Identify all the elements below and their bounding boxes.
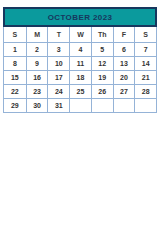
date-number: 12 [98, 60, 106, 67]
date-cell-5[interactable]: 5 [91, 42, 113, 56]
empty-date-cell [69, 98, 91, 112]
date-number: 9 [35, 60, 39, 67]
date-number: 15 [11, 74, 19, 81]
empty-date-cell [134, 98, 156, 112]
date-number: 29 [11, 102, 19, 109]
page: OCTOBER 2023 SMTWThFS1234567891011121314… [0, 0, 161, 239]
empty-date-cell [91, 98, 113, 112]
date-cell-22[interactable]: 22 [4, 84, 26, 98]
date-number: 8 [13, 60, 17, 67]
date-number: 5 [100, 46, 104, 53]
date-cell-10[interactable]: 10 [47, 56, 69, 70]
date-number: 20 [120, 74, 128, 81]
date-cell-24[interactable]: 24 [47, 84, 69, 98]
day-of-week-header: S [4, 27, 26, 42]
date-cell-3[interactable]: 3 [47, 42, 69, 56]
date-number: 19 [98, 74, 106, 81]
date-number: 21 [142, 74, 150, 81]
date-number: 25 [77, 88, 85, 95]
day-of-week-label: M [34, 31, 40, 38]
date-number: 27 [120, 88, 128, 95]
day-of-week-header: M [26, 27, 48, 42]
calendar-month-title: OCTOBER 2023 [3, 7, 157, 27]
empty-date-cell [113, 98, 135, 112]
date-number: 31 [55, 102, 63, 109]
date-number: 10 [55, 60, 63, 67]
date-cell-29[interactable]: 29 [4, 98, 26, 112]
date-number: 18 [77, 74, 85, 81]
date-cell-17[interactable]: 17 [47, 70, 69, 84]
day-of-week-header: S [134, 27, 156, 42]
date-cell-7[interactable]: 7 [134, 42, 156, 56]
date-number: 6 [122, 46, 126, 53]
date-number: 28 [142, 88, 150, 95]
day-of-week-label: S [13, 31, 18, 38]
date-cell-15[interactable]: 15 [4, 70, 26, 84]
date-cell-28[interactable]: 28 [134, 84, 156, 98]
date-number: 11 [77, 60, 84, 67]
day-of-week-label: T [57, 31, 61, 38]
day-of-week-label: F [122, 31, 126, 38]
date-cell-2[interactable]: 2 [26, 42, 48, 56]
date-number: 4 [79, 46, 83, 53]
date-cell-21[interactable]: 21 [134, 70, 156, 84]
date-cell-9[interactable]: 9 [26, 56, 48, 70]
date-number: 2 [35, 46, 39, 53]
day-of-week-label: Th [98, 31, 107, 38]
date-cell-20[interactable]: 20 [113, 70, 135, 84]
date-cell-31[interactable]: 31 [47, 98, 69, 112]
date-cell-13[interactable]: 13 [113, 56, 135, 70]
date-cell-14[interactable]: 14 [134, 56, 156, 70]
day-of-week-label: S [143, 31, 148, 38]
date-cell-12[interactable]: 12 [91, 56, 113, 70]
date-number: 22 [11, 88, 19, 95]
date-number: 16 [33, 74, 41, 81]
day-of-week-header: T [47, 27, 69, 42]
date-number: 14 [142, 60, 150, 67]
date-cell-8[interactable]: 8 [4, 56, 26, 70]
date-cell-1[interactable]: 1 [4, 42, 26, 56]
date-cell-23[interactable]: 23 [26, 84, 48, 98]
date-cell-19[interactable]: 19 [91, 70, 113, 84]
day-of-week-header: F [113, 27, 135, 42]
date-number: 3 [57, 46, 61, 53]
calendar-grid: SMTWThFS12345678910111213141516171819202… [3, 27, 157, 113]
day-of-week-header: Th [91, 27, 113, 42]
date-cell-26[interactable]: 26 [91, 84, 113, 98]
month-calendar: OCTOBER 2023 SMTWThFS1234567891011121314… [3, 7, 157, 113]
day-of-week-header: W [69, 27, 91, 42]
day-of-week-label: W [77, 31, 84, 38]
date-cell-11[interactable]: 11 [69, 56, 91, 70]
date-number: 7 [144, 46, 148, 53]
date-number: 13 [120, 60, 128, 67]
date-cell-25[interactable]: 25 [69, 84, 91, 98]
date-number: 23 [33, 88, 41, 95]
date-number: 24 [55, 88, 63, 95]
date-cell-27[interactable]: 27 [113, 84, 135, 98]
date-number: 26 [98, 88, 106, 95]
date-number: 1 [13, 46, 17, 53]
date-cell-30[interactable]: 30 [26, 98, 48, 112]
date-cell-18[interactable]: 18 [69, 70, 91, 84]
date-cell-6[interactable]: 6 [113, 42, 135, 56]
date-cell-4[interactable]: 4 [69, 42, 91, 56]
date-number: 17 [55, 74, 63, 81]
date-cell-16[interactable]: 16 [26, 70, 48, 84]
date-number: 30 [33, 102, 41, 109]
